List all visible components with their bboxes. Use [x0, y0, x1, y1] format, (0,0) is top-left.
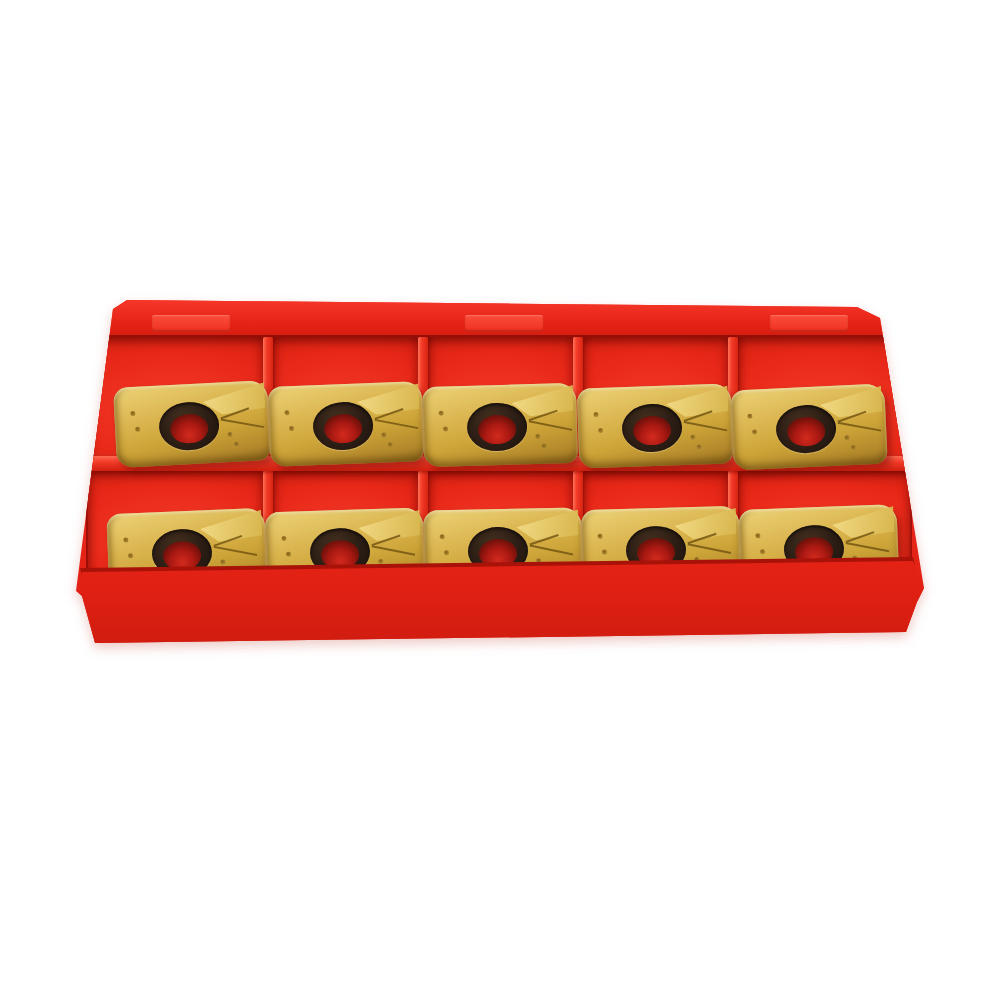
insert-dimple	[760, 549, 765, 554]
insert-screw-hole-opening	[787, 417, 825, 447]
insert-dimple	[752, 429, 757, 434]
insert-screw-hole-opening	[633, 416, 671, 446]
insert-dimple	[439, 411, 444, 416]
insert-dimple	[128, 553, 133, 558]
insert-dimple	[593, 412, 598, 417]
insert-screw-hole	[775, 404, 837, 455]
insert-screw-hole-opening	[324, 414, 362, 444]
insert-dimple	[542, 444, 547, 449]
carbide-insert	[422, 383, 578, 467]
insert-dimple	[289, 426, 294, 431]
insert-dimple	[444, 550, 449, 555]
insert-dimple	[694, 557, 699, 562]
insert-dimple	[281, 536, 286, 541]
insert-facet-highlight	[674, 508, 737, 540]
insert-dimple	[602, 550, 607, 555]
insert-dimple	[443, 426, 448, 431]
insert-dimple	[220, 559, 225, 564]
case-hinge-tab	[152, 315, 230, 332]
insert-screw-hole-opening	[478, 415, 516, 445]
case-shell	[70, 295, 930, 650]
insert-screw-hole-opening	[321, 540, 359, 570]
carbide-insert	[577, 383, 734, 468]
insert-chipbreaker-groove	[529, 420, 573, 431]
insert-dimple	[747, 414, 752, 419]
insert-dimple	[697, 444, 702, 449]
insert-chipbreaker-groove	[688, 543, 732, 554]
insert-dimple	[598, 428, 603, 433]
insert-chipbreaker-groove	[838, 422, 882, 432]
insert-screw-hole	[312, 401, 374, 451]
insert-dimple	[851, 445, 856, 450]
insert-chipbreaker-groove	[846, 542, 890, 552]
insert-dimple	[440, 534, 445, 539]
insert-dimple	[284, 410, 289, 415]
insert-dimple	[381, 432, 386, 437]
insert-dimple	[852, 556, 857, 561]
insert-dimple	[234, 442, 239, 447]
carbide-insert	[730, 384, 887, 471]
insert-facet-highlight	[516, 509, 579, 540]
insert-screw-hole-opening	[637, 538, 675, 568]
insert-dimple	[690, 435, 695, 440]
insert-dimple	[135, 427, 140, 432]
insert-screw-hole-opening	[170, 414, 209, 445]
insert-dimple	[130, 411, 135, 416]
insert-screw-hole	[466, 402, 527, 452]
insert-dimple	[598, 534, 603, 539]
insert-case	[70, 295, 930, 650]
insert-chipbreaker-groove	[372, 545, 416, 556]
case-hinge-tab	[465, 315, 543, 332]
carbide-insert	[268, 381, 425, 467]
product-photo	[0, 0, 1000, 1000]
insert-dimple	[286, 552, 291, 557]
insert-chipbreaker-groove	[221, 419, 265, 429]
insert-dimple	[536, 558, 541, 563]
insert-chipbreaker-groove	[214, 546, 258, 556]
insert-screw-hole-opening	[479, 539, 517, 569]
insert-screw-hole	[158, 401, 220, 452]
case-hinge-tab	[770, 315, 848, 332]
insert-screw-hole	[621, 403, 683, 453]
carbide-insert	[113, 380, 271, 468]
insert-chipbreaker-groove	[375, 419, 419, 429]
insert-screw-hole-opening	[163, 541, 201, 571]
insert-chipbreaker-groove	[684, 421, 728, 431]
insert-dimple	[123, 537, 128, 542]
insert-facet-highlight	[358, 510, 421, 542]
insert-dimple	[844, 435, 849, 440]
insert-dimple	[535, 434, 540, 439]
insert-chipbreaker-groove	[530, 544, 573, 555]
insert-dimple	[388, 442, 393, 447]
insert-dimple	[378, 559, 383, 564]
insert-dimple	[755, 533, 760, 538]
insert-dimple	[227, 432, 232, 437]
